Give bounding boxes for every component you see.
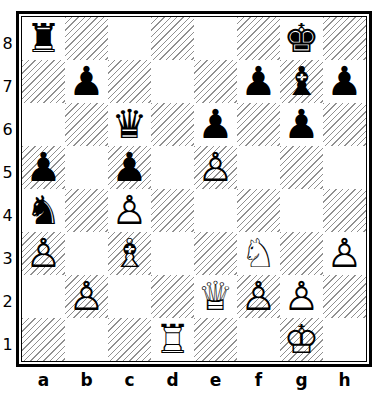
square-a8[interactable]: ♜ xyxy=(22,17,65,60)
square-b5[interactable] xyxy=(65,146,108,189)
square-h1[interactable] xyxy=(323,318,366,361)
square-e3[interactable] xyxy=(194,232,237,275)
square-e2[interactable]: ♕ xyxy=(194,275,237,318)
piece-white-king[interactable]: ♔ xyxy=(284,319,320,359)
square-e5[interactable]: ♙ xyxy=(194,146,237,189)
file-labels: abcdefgh xyxy=(22,368,366,392)
piece-white-pawn[interactable]: ♙ xyxy=(241,276,277,316)
piece-white-pawn[interactable]: ♙ xyxy=(327,233,363,273)
square-f6[interactable] xyxy=(237,103,280,146)
square-a3[interactable]: ♙ xyxy=(22,232,65,275)
piece-black-pawn[interactable]: ♟ xyxy=(198,104,234,144)
square-h8[interactable] xyxy=(323,17,366,60)
square-b2[interactable]: ♙ xyxy=(65,275,108,318)
square-f2[interactable]: ♙ xyxy=(237,275,280,318)
square-f8[interactable] xyxy=(237,17,280,60)
square-c8[interactable] xyxy=(108,17,151,60)
rank-label-7: 7 xyxy=(0,65,15,108)
file-label-b: b xyxy=(65,368,108,392)
square-b7[interactable]: ♟ xyxy=(65,60,108,103)
square-f3[interactable]: ♘ xyxy=(237,232,280,275)
file-label-h: h xyxy=(323,368,366,392)
square-c1[interactable] xyxy=(108,318,151,361)
square-e6[interactable]: ♟ xyxy=(194,103,237,146)
piece-black-pawn[interactable]: ♟ xyxy=(241,61,277,101)
square-a5[interactable]: ♟ xyxy=(22,146,65,189)
file-label-c: c xyxy=(108,368,151,392)
square-e7[interactable] xyxy=(194,60,237,103)
square-b6[interactable] xyxy=(65,103,108,146)
piece-black-pawn[interactable]: ♟ xyxy=(26,147,62,187)
piece-white-bishop[interactable]: ♗ xyxy=(112,233,148,273)
square-f1[interactable] xyxy=(237,318,280,361)
square-g8[interactable]: ♚ xyxy=(280,17,323,60)
square-g2[interactable]: ♙ xyxy=(280,275,323,318)
piece-black-knight[interactable]: ♞ xyxy=(26,190,62,230)
square-g3[interactable] xyxy=(280,232,323,275)
rank-label-3: 3 xyxy=(0,237,15,280)
square-b4[interactable] xyxy=(65,189,108,232)
file-label-d: d xyxy=(151,368,194,392)
square-h3[interactable]: ♙ xyxy=(323,232,366,275)
square-c7[interactable] xyxy=(108,60,151,103)
piece-white-knight[interactable]: ♘ xyxy=(241,233,277,273)
square-h7[interactable]: ♟ xyxy=(323,60,366,103)
piece-white-queen[interactable]: ♕ xyxy=(198,276,234,316)
piece-white-rook[interactable]: ♖ xyxy=(155,319,191,359)
rank-label-1: 1 xyxy=(0,323,15,366)
rank-label-4: 4 xyxy=(0,194,15,237)
rank-labels: 87654321 xyxy=(0,22,15,366)
piece-black-pawn[interactable]: ♟ xyxy=(284,104,320,144)
square-a1[interactable] xyxy=(22,318,65,361)
piece-white-pawn[interactable]: ♙ xyxy=(69,276,105,316)
square-e1[interactable] xyxy=(194,318,237,361)
square-f7[interactable]: ♟ xyxy=(237,60,280,103)
square-a2[interactable] xyxy=(22,275,65,318)
piece-black-pawn[interactable]: ♟ xyxy=(69,61,105,101)
chess-diagram: 87654321 ♜♚♟♟♝♟♛♟♟♟♟♙♞♙♙♗♘♙♙♕♙♙♖♔ abcdef… xyxy=(0,0,387,394)
piece-white-pawn[interactable]: ♙ xyxy=(26,233,62,273)
square-d4[interactable] xyxy=(151,189,194,232)
piece-black-king[interactable]: ♚ xyxy=(284,18,320,58)
rank-label-8: 8 xyxy=(0,22,15,65)
square-c5[interactable]: ♟ xyxy=(108,146,151,189)
rank-label-5: 5 xyxy=(0,151,15,194)
square-d8[interactable] xyxy=(151,17,194,60)
square-e8[interactable] xyxy=(194,17,237,60)
square-g7[interactable]: ♝ xyxy=(280,60,323,103)
rank-label-2: 2 xyxy=(0,280,15,323)
square-g5[interactable] xyxy=(280,146,323,189)
square-b1[interactable] xyxy=(65,318,108,361)
square-f5[interactable] xyxy=(237,146,280,189)
square-d1[interactable]: ♖ xyxy=(151,318,194,361)
piece-black-rook[interactable]: ♜ xyxy=(26,18,62,58)
square-d5[interactable] xyxy=(151,146,194,189)
file-label-g: g xyxy=(280,368,323,392)
square-c3[interactable]: ♗ xyxy=(108,232,151,275)
piece-white-pawn[interactable]: ♙ xyxy=(198,147,234,187)
square-a7[interactable] xyxy=(22,60,65,103)
file-label-e: e xyxy=(194,368,237,392)
square-c6[interactable]: ♛ xyxy=(108,103,151,146)
piece-black-pawn[interactable]: ♟ xyxy=(112,147,148,187)
square-d2[interactable] xyxy=(151,275,194,318)
board-frame: ♜♚♟♟♝♟♛♟♟♟♟♙♞♙♙♗♘♙♙♕♙♙♖♔ xyxy=(16,11,372,367)
piece-black-bishop[interactable]: ♝ xyxy=(284,61,320,101)
square-a6[interactable] xyxy=(22,103,65,146)
square-h4[interactable] xyxy=(323,189,366,232)
square-d6[interactable] xyxy=(151,103,194,146)
square-h5[interactable] xyxy=(323,146,366,189)
square-b3[interactable] xyxy=(65,232,108,275)
square-f4[interactable] xyxy=(237,189,280,232)
piece-white-pawn[interactable]: ♙ xyxy=(112,190,148,230)
square-g1[interactable]: ♔ xyxy=(280,318,323,361)
piece-black-pawn[interactable]: ♟ xyxy=(327,61,363,101)
square-c4[interactable]: ♙ xyxy=(108,189,151,232)
square-h2[interactable] xyxy=(323,275,366,318)
square-g6[interactable]: ♟ xyxy=(280,103,323,146)
board: ♜♚♟♟♝♟♛♟♟♟♟♙♞♙♙♗♘♙♙♕♙♙♖♔ xyxy=(21,16,367,362)
square-d3[interactable] xyxy=(151,232,194,275)
square-c2[interactable] xyxy=(108,275,151,318)
piece-white-pawn[interactable]: ♙ xyxy=(284,276,320,316)
square-g4[interactable] xyxy=(280,189,323,232)
piece-black-queen[interactable]: ♛ xyxy=(112,104,148,144)
file-label-a: a xyxy=(22,368,65,392)
square-d7[interactable] xyxy=(151,60,194,103)
rank-label-6: 6 xyxy=(0,108,15,151)
square-b8[interactable] xyxy=(65,17,108,60)
square-e4[interactable] xyxy=(194,189,237,232)
square-a4[interactable]: ♞ xyxy=(22,189,65,232)
square-h6[interactable] xyxy=(323,103,366,146)
file-label-f: f xyxy=(237,368,280,392)
